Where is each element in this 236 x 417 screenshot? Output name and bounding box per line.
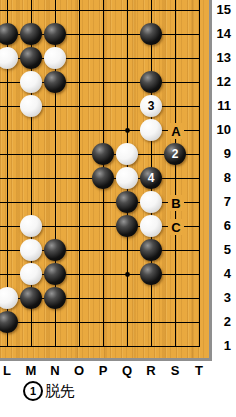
stone-black-N4: [44, 263, 66, 285]
column-label-N: N: [47, 363, 63, 378]
stone-black-Q6: [116, 215, 138, 237]
column-label-M: M: [23, 363, 39, 378]
stone-black-R5: [140, 239, 162, 261]
stone-white-Q8: [116, 167, 138, 189]
row-label-8: 8: [212, 170, 231, 186]
stone-black-N12: [44, 71, 66, 93]
row-label-1: 1: [212, 338, 231, 354]
caption-text: 脱先: [45, 382, 75, 401]
row-label-2: 2: [212, 314, 231, 330]
row-label-10: 10: [212, 122, 231, 138]
point-label-A-S10: A: [168, 123, 184, 139]
stone-white-R11-move-3: 3: [140, 95, 162, 117]
stone-white-M4: [20, 263, 42, 285]
row-label-13: 13: [212, 50, 231, 66]
stone-white-M11: [20, 95, 42, 117]
stone-white-N13: [44, 47, 66, 69]
row-label-9: 9: [212, 146, 231, 162]
stone-black-Q7: [116, 191, 138, 213]
row-label-11: 11: [212, 98, 231, 114]
star-point-Q4: [125, 272, 130, 277]
row-label-12: 12: [212, 74, 231, 90]
column-label-Q: Q: [119, 363, 135, 378]
stone-black-P8: [92, 167, 114, 189]
stone-white-R6: [140, 215, 162, 237]
stone-black-R8-move-4: 4: [140, 167, 162, 189]
point-label-B-S7: B: [168, 195, 184, 211]
stone-black-N5: [44, 239, 66, 261]
column-label-O: O: [71, 363, 87, 378]
stone-white-M5: [20, 239, 42, 261]
go-board[interactable]: 243ABC: [0, 0, 212, 361]
stone-black-N14: [44, 23, 66, 45]
column-label-T: T: [191, 363, 207, 378]
stone-black-R14: [140, 23, 162, 45]
row-label-4: 4: [212, 266, 231, 282]
column-label-R: R: [143, 363, 159, 378]
column-label-S: S: [167, 363, 183, 378]
stone-white-M6: [20, 215, 42, 237]
column-label-L: L: [0, 363, 15, 378]
stone-black-S9-move-2: 2: [164, 143, 186, 165]
row-label-7: 7: [212, 194, 231, 210]
white-move-1-circle-icon: 1: [23, 381, 43, 401]
stone-black-M13: [20, 47, 42, 69]
stone-black-R4: [140, 263, 162, 285]
stone-black-M3: [20, 287, 42, 309]
stone-white-Q9: [116, 143, 138, 165]
row-label-15: 15: [212, 2, 231, 18]
row-label-5: 5: [212, 242, 231, 258]
row-label-14: 14: [212, 26, 231, 42]
row-label-6: 6: [212, 218, 231, 234]
stone-white-R10: [140, 119, 162, 141]
move-caption: 1 脱先: [23, 381, 75, 401]
stone-white-M12: [20, 71, 42, 93]
stone-black-N3: [44, 287, 66, 309]
row-label-3: 3: [212, 290, 231, 306]
column-label-P: P: [95, 363, 111, 378]
stone-black-R12: [140, 71, 162, 93]
stone-black-P9: [92, 143, 114, 165]
go-diagram: 243ABC LMNOPQRST 151413121110987654321 1…: [0, 0, 236, 417]
star-point-Q10: [125, 128, 130, 133]
stone-black-M14: [20, 23, 42, 45]
point-label-C-S6: C: [168, 219, 184, 235]
stone-white-R7: [140, 191, 162, 213]
